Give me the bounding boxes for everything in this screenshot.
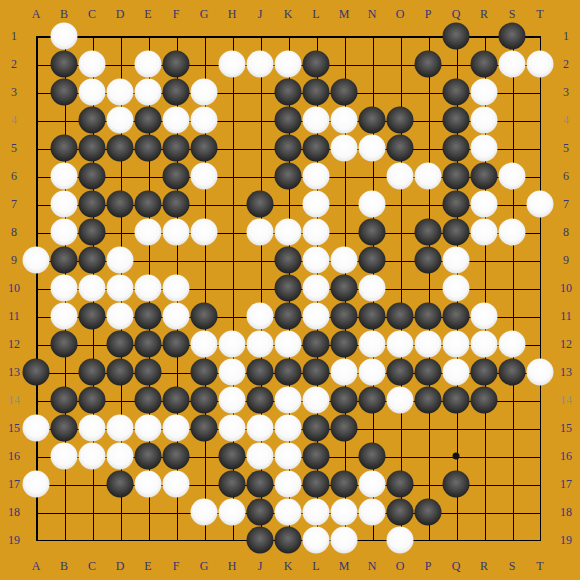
- stone-black: [51, 387, 78, 414]
- stone-white: [79, 79, 106, 106]
- stone-white: [443, 247, 470, 274]
- coord-label: T: [536, 560, 543, 572]
- stone-white: [247, 219, 274, 246]
- stone-white: [527, 51, 554, 78]
- stone-black: [107, 191, 134, 218]
- stone-black: [163, 79, 190, 106]
- stone-white: [23, 471, 50, 498]
- stone-white: [247, 415, 274, 442]
- stone-black: [135, 443, 162, 470]
- stone-white: [499, 219, 526, 246]
- stone-black: [163, 443, 190, 470]
- stone-white: [135, 275, 162, 302]
- stone-white: [275, 331, 302, 358]
- stone-white: [415, 163, 442, 190]
- stone-black: [79, 303, 106, 330]
- stone-white: [471, 79, 498, 106]
- coord-label: 1: [563, 30, 569, 42]
- stone-white: [331, 359, 358, 386]
- stone-white: [527, 191, 554, 218]
- coord-label: J: [258, 560, 263, 572]
- coord-label: 15: [560, 422, 572, 434]
- stone-white: [23, 415, 50, 442]
- coord-label: K: [284, 560, 293, 572]
- stone-white: [387, 527, 414, 554]
- stone-white: [331, 247, 358, 274]
- stone-white: [303, 499, 330, 526]
- coord-label: 7: [563, 198, 569, 210]
- coord-label: 6: [563, 170, 569, 182]
- coord-label: 12: [560, 338, 572, 350]
- stone-black: [443, 107, 470, 134]
- stone-white: [303, 163, 330, 190]
- stone-black: [135, 331, 162, 358]
- stone-black: [303, 135, 330, 162]
- stone-black: [247, 499, 274, 526]
- stone-black: [51, 51, 78, 78]
- stone-white: [247, 51, 274, 78]
- stone-black: [191, 135, 218, 162]
- stone-white: [51, 303, 78, 330]
- stone-black: [79, 191, 106, 218]
- stone-black: [443, 471, 470, 498]
- stone-black: [275, 79, 302, 106]
- stone-white: [219, 415, 246, 442]
- stone-black: [107, 135, 134, 162]
- stone-black: [247, 471, 274, 498]
- stone-white: [107, 303, 134, 330]
- stone-black: [415, 387, 442, 414]
- stone-white: [23, 247, 50, 274]
- stone-black: [135, 191, 162, 218]
- stone-black: [303, 443, 330, 470]
- stone-black: [275, 107, 302, 134]
- coord-label: T: [536, 8, 543, 20]
- stone-black: [415, 51, 442, 78]
- stone-white: [247, 443, 274, 470]
- stone-black: [331, 331, 358, 358]
- stone-white: [303, 107, 330, 134]
- stone-white: [275, 219, 302, 246]
- stone-white: [415, 331, 442, 358]
- stone-black: [415, 247, 442, 274]
- stone-white: [135, 219, 162, 246]
- stone-white: [331, 527, 358, 554]
- stone-black: [79, 247, 106, 274]
- stone-white: [79, 415, 106, 442]
- coord-label: K: [284, 8, 293, 20]
- stone-white: [219, 387, 246, 414]
- stone-white: [303, 219, 330, 246]
- stone-white: [359, 331, 386, 358]
- stone-black: [163, 51, 190, 78]
- coord-label: 14: [560, 394, 572, 406]
- coord-label: 10: [560, 282, 572, 294]
- coord-label: 11: [8, 310, 20, 322]
- coord-label: 11: [560, 310, 572, 322]
- coord-label: R: [480, 560, 488, 572]
- coord-label: S: [509, 560, 516, 572]
- coord-label: 17: [560, 478, 572, 490]
- coord-label: O: [396, 560, 405, 572]
- stone-black: [443, 387, 470, 414]
- stone-black: [387, 135, 414, 162]
- coord-label: G: [200, 560, 209, 572]
- stone-white: [107, 443, 134, 470]
- stone-white: [135, 51, 162, 78]
- coord-label: Q: [452, 560, 461, 572]
- coord-label: 3: [11, 86, 17, 98]
- stone-white: [527, 359, 554, 386]
- stone-white: [275, 51, 302, 78]
- stone-white: [51, 275, 78, 302]
- coord-label: 19: [8, 534, 20, 546]
- stone-black: [443, 163, 470, 190]
- coord-label: 18: [560, 506, 572, 518]
- stone-black: [135, 135, 162, 162]
- stone-white: [471, 303, 498, 330]
- coord-label: 8: [11, 226, 17, 238]
- coord-label: A: [32, 8, 41, 20]
- coord-label: G: [200, 8, 209, 20]
- coord-label: L: [312, 560, 319, 572]
- stone-white: [135, 79, 162, 106]
- stone-white: [303, 191, 330, 218]
- stone-white: [191, 219, 218, 246]
- stone-black: [471, 359, 498, 386]
- stone-black: [79, 219, 106, 246]
- stone-black: [415, 359, 442, 386]
- stone-black: [331, 471, 358, 498]
- coord-label: C: [88, 560, 96, 572]
- stone-black: [387, 303, 414, 330]
- stone-white: [163, 107, 190, 134]
- stone-black: [107, 359, 134, 386]
- stone-white: [331, 107, 358, 134]
- stone-black: [275, 247, 302, 274]
- stone-black: [499, 23, 526, 50]
- coord-label: P: [425, 560, 432, 572]
- stone-black: [443, 79, 470, 106]
- stone-white: [135, 415, 162, 442]
- stone-black: [331, 387, 358, 414]
- stone-black: [471, 163, 498, 190]
- coord-label: J: [258, 8, 263, 20]
- stone-white: [303, 275, 330, 302]
- stone-white: [303, 247, 330, 274]
- stone-black: [387, 471, 414, 498]
- stone-white: [191, 79, 218, 106]
- stone-white: [499, 331, 526, 358]
- coord-label: 12: [8, 338, 20, 350]
- stone-black: [387, 107, 414, 134]
- stone-black: [331, 415, 358, 442]
- coord-label: H: [228, 8, 237, 20]
- stone-black: [23, 359, 50, 386]
- stone-white: [303, 387, 330, 414]
- stone-black: [247, 527, 274, 554]
- stone-white: [107, 415, 134, 442]
- coord-label: 10: [8, 282, 20, 294]
- stone-white: [275, 471, 302, 498]
- stone-white: [247, 303, 274, 330]
- star-point: [453, 453, 460, 460]
- stone-black: [387, 499, 414, 526]
- stone-black: [163, 191, 190, 218]
- coord-label: 16: [560, 450, 572, 462]
- coord-label: B: [60, 8, 68, 20]
- stone-white: [219, 331, 246, 358]
- stone-black: [275, 135, 302, 162]
- stone-black: [303, 359, 330, 386]
- stone-black: [275, 163, 302, 190]
- stone-black: [135, 303, 162, 330]
- coord-label: R: [480, 8, 488, 20]
- stone-black: [443, 191, 470, 218]
- stone-black: [331, 303, 358, 330]
- stone-black: [443, 23, 470, 50]
- coord-label: B: [60, 560, 68, 572]
- stone-white: [275, 443, 302, 470]
- coord-label: E: [144, 8, 151, 20]
- stone-white: [359, 471, 386, 498]
- stone-black: [359, 247, 386, 274]
- stone-white: [331, 499, 358, 526]
- coord-label: A: [32, 560, 41, 572]
- coord-label: D: [116, 560, 125, 572]
- stone-black: [499, 359, 526, 386]
- stone-black: [219, 443, 246, 470]
- stone-black: [191, 303, 218, 330]
- coord-label: 5: [11, 142, 17, 154]
- stone-black: [51, 79, 78, 106]
- stone-white: [387, 331, 414, 358]
- stone-white: [443, 359, 470, 386]
- stone-black: [247, 191, 274, 218]
- stone-white: [135, 471, 162, 498]
- stone-white: [219, 51, 246, 78]
- coord-label: 4: [11, 114, 17, 126]
- stone-black: [163, 331, 190, 358]
- stone-black: [471, 51, 498, 78]
- coord-label: 13: [8, 366, 20, 378]
- stone-white: [163, 303, 190, 330]
- coord-label: 14: [8, 394, 20, 406]
- coord-label: 8: [563, 226, 569, 238]
- stone-black: [79, 163, 106, 190]
- stone-black: [275, 359, 302, 386]
- stone-black: [443, 135, 470, 162]
- coord-label: 13: [560, 366, 572, 378]
- stone-black: [247, 387, 274, 414]
- stone-black: [303, 331, 330, 358]
- stone-black: [163, 163, 190, 190]
- stone-black: [359, 443, 386, 470]
- stone-white: [359, 275, 386, 302]
- coord-label: 17: [8, 478, 20, 490]
- stone-black: [359, 303, 386, 330]
- coord-label: C: [88, 8, 96, 20]
- coord-label: S: [509, 8, 516, 20]
- coord-label: L: [312, 8, 319, 20]
- stone-black: [415, 499, 442, 526]
- stone-white: [51, 219, 78, 246]
- stone-white: [275, 499, 302, 526]
- stone-white: [51, 163, 78, 190]
- stone-black: [303, 415, 330, 442]
- stone-white: [499, 51, 526, 78]
- coord-label: 7: [11, 198, 17, 210]
- stone-white: [359, 191, 386, 218]
- stone-black: [387, 359, 414, 386]
- stone-white: [107, 79, 134, 106]
- stone-white: [387, 163, 414, 190]
- coord-label: 3: [563, 86, 569, 98]
- stone-white: [79, 443, 106, 470]
- stone-black: [303, 471, 330, 498]
- coord-label: 6: [11, 170, 17, 182]
- coord-label: 4: [563, 114, 569, 126]
- stone-white: [359, 135, 386, 162]
- stone-black: [191, 359, 218, 386]
- coord-label: F: [173, 8, 180, 20]
- stone-black: [331, 275, 358, 302]
- stone-black: [275, 275, 302, 302]
- stone-white: [471, 331, 498, 358]
- stone-white: [359, 499, 386, 526]
- stone-white: [303, 303, 330, 330]
- stone-black: [191, 415, 218, 442]
- coord-label: 5: [563, 142, 569, 154]
- stone-black: [415, 303, 442, 330]
- stone-white: [79, 275, 106, 302]
- stone-white: [359, 359, 386, 386]
- coord-label: H: [228, 560, 237, 572]
- stone-white: [443, 331, 470, 358]
- stone-black: [275, 303, 302, 330]
- stone-white: [331, 135, 358, 162]
- stone-black: [79, 107, 106, 134]
- stone-black: [443, 303, 470, 330]
- coord-label: M: [339, 8, 350, 20]
- stone-white: [471, 219, 498, 246]
- coord-label: 9: [563, 254, 569, 266]
- stone-white: [219, 499, 246, 526]
- stone-white: [387, 387, 414, 414]
- stone-black: [135, 387, 162, 414]
- stone-black: [51, 415, 78, 442]
- coord-label: P: [425, 8, 432, 20]
- stone-black: [107, 331, 134, 358]
- stone-white: [471, 135, 498, 162]
- stone-white: [107, 107, 134, 134]
- stone-black: [471, 387, 498, 414]
- stone-black: [51, 135, 78, 162]
- stone-black: [79, 359, 106, 386]
- stone-white: [163, 219, 190, 246]
- stone-black: [359, 107, 386, 134]
- coord-label: O: [396, 8, 405, 20]
- stone-white: [443, 275, 470, 302]
- stone-white: [51, 443, 78, 470]
- stone-black: [415, 219, 442, 246]
- stone-black: [275, 527, 302, 554]
- stone-white: [471, 107, 498, 134]
- stone-white: [107, 247, 134, 274]
- coord-label: M: [339, 560, 350, 572]
- stone-white: [191, 499, 218, 526]
- stone-white: [79, 51, 106, 78]
- coord-label: Q: [452, 8, 461, 20]
- coord-label: D: [116, 8, 125, 20]
- stone-white: [51, 23, 78, 50]
- coord-label: 15: [8, 422, 20, 434]
- stone-black: [331, 79, 358, 106]
- stone-black: [163, 387, 190, 414]
- stone-white: [303, 527, 330, 554]
- stone-white: [163, 471, 190, 498]
- stone-white: [107, 275, 134, 302]
- go-board[interactable]: AABBCCDDEEFFGGHHJJKKLLMMNNOOPPQQRRSSTT11…: [0, 0, 580, 580]
- stone-black: [443, 219, 470, 246]
- coord-label: N: [368, 8, 377, 20]
- stone-white: [191, 331, 218, 358]
- stone-black: [51, 247, 78, 274]
- coord-label: 18: [8, 506, 20, 518]
- coord-label: F: [173, 560, 180, 572]
- coord-label: 16: [8, 450, 20, 462]
- coord-label: E: [144, 560, 151, 572]
- stone-black: [247, 359, 274, 386]
- stone-white: [163, 415, 190, 442]
- stone-white: [51, 191, 78, 218]
- coord-label: 1: [11, 30, 17, 42]
- stone-black: [135, 107, 162, 134]
- stone-white: [219, 359, 246, 386]
- coord-label: 9: [11, 254, 17, 266]
- stone-white: [275, 387, 302, 414]
- stone-black: [163, 135, 190, 162]
- stone-black: [303, 79, 330, 106]
- coord-label: 2: [563, 58, 569, 70]
- coord-label: N: [368, 560, 377, 572]
- stone-black: [51, 331, 78, 358]
- stone-black: [107, 471, 134, 498]
- stone-black: [79, 135, 106, 162]
- stone-white: [191, 107, 218, 134]
- stone-white: [191, 163, 218, 190]
- coord-label: 19: [560, 534, 572, 546]
- stone-white: [275, 415, 302, 442]
- stone-black: [359, 219, 386, 246]
- stone-white: [499, 163, 526, 190]
- stone-black: [359, 387, 386, 414]
- stone-black: [303, 51, 330, 78]
- stone-white: [163, 275, 190, 302]
- stone-black: [191, 387, 218, 414]
- stone-black: [79, 387, 106, 414]
- stone-black: [135, 359, 162, 386]
- stone-white: [471, 191, 498, 218]
- stone-black: [219, 471, 246, 498]
- coord-label: 2: [11, 58, 17, 70]
- stone-white: [247, 331, 274, 358]
